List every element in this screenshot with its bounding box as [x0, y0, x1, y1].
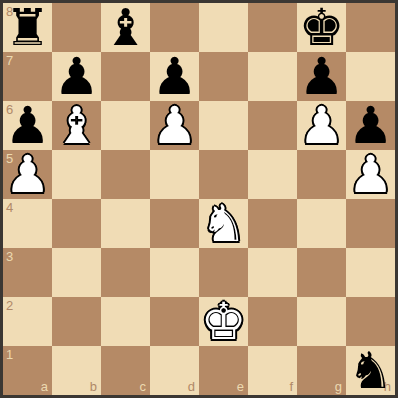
square-e5[interactable]	[199, 150, 248, 199]
square-d5[interactable]	[150, 150, 199, 199]
chess-board-frame: 8♜♝♚7♟♟♟6♟♝♟♟♟5♟♟4♞32♚1abcdefgh♞	[0, 0, 398, 398]
square-b3[interactable]	[52, 248, 101, 297]
square-c1[interactable]: c	[101, 346, 150, 395]
rank-label-2: 2	[6, 299, 13, 312]
square-b7[interactable]: ♟	[52, 52, 101, 101]
square-b6[interactable]: ♝	[52, 101, 101, 150]
white-pawn-h5[interactable]: ♟	[346, 150, 395, 199]
square-d4[interactable]	[150, 199, 199, 248]
square-a2[interactable]: 2	[3, 297, 52, 346]
black-pawn-a6[interactable]: ♟	[3, 101, 52, 150]
square-a7[interactable]: 7	[3, 52, 52, 101]
square-g5[interactable]	[297, 150, 346, 199]
square-d8[interactable]	[150, 3, 199, 52]
square-g4[interactable]	[297, 199, 346, 248]
square-h5[interactable]: ♟	[346, 150, 395, 199]
square-e8[interactable]	[199, 3, 248, 52]
square-a5[interactable]: 5♟	[3, 150, 52, 199]
square-d2[interactable]	[150, 297, 199, 346]
black-pawn-b7[interactable]: ♟	[52, 52, 101, 101]
square-h2[interactable]	[346, 297, 395, 346]
square-f3[interactable]	[248, 248, 297, 297]
square-f7[interactable]	[248, 52, 297, 101]
square-e3[interactable]	[199, 248, 248, 297]
square-h3[interactable]	[346, 248, 395, 297]
square-c3[interactable]	[101, 248, 150, 297]
square-a1[interactable]: 1a	[3, 346, 52, 395]
square-g8[interactable]: ♚	[297, 3, 346, 52]
square-a6[interactable]: 6♟	[3, 101, 52, 150]
white-bishop-b6[interactable]: ♝	[52, 101, 101, 150]
square-c8[interactable]: ♝	[101, 3, 150, 52]
rank-label-3: 3	[6, 250, 13, 263]
square-b2[interactable]	[52, 297, 101, 346]
white-king-e2[interactable]: ♚	[199, 297, 248, 346]
square-a4[interactable]: 4	[3, 199, 52, 248]
black-pawn-h6[interactable]: ♟	[346, 101, 395, 150]
square-e4[interactable]: ♞	[199, 199, 248, 248]
square-f8[interactable]	[248, 3, 297, 52]
square-b1[interactable]: b	[52, 346, 101, 395]
square-d6[interactable]: ♟	[150, 101, 199, 150]
square-g1[interactable]: g	[297, 346, 346, 395]
square-c5[interactable]	[101, 150, 150, 199]
file-label-e: e	[237, 380, 244, 393]
black-knight-h1[interactable]: ♞	[346, 346, 395, 395]
black-rook-a8[interactable]: ♜	[3, 3, 52, 52]
black-king-g8[interactable]: ♚	[297, 3, 346, 52]
square-f6[interactable]	[248, 101, 297, 150]
square-h8[interactable]	[346, 3, 395, 52]
rank-label-4: 4	[6, 201, 13, 214]
rank-label-7: 7	[6, 54, 13, 67]
square-f4[interactable]	[248, 199, 297, 248]
square-c6[interactable]	[101, 101, 150, 150]
white-pawn-g6[interactable]: ♟	[297, 101, 346, 150]
square-g7[interactable]: ♟	[297, 52, 346, 101]
square-b4[interactable]	[52, 199, 101, 248]
square-h1[interactable]: h♞	[346, 346, 395, 395]
square-e2[interactable]: ♚	[199, 297, 248, 346]
square-g2[interactable]	[297, 297, 346, 346]
black-bishop-c8[interactable]: ♝	[101, 3, 150, 52]
square-h7[interactable]	[346, 52, 395, 101]
square-f5[interactable]	[248, 150, 297, 199]
square-c4[interactable]	[101, 199, 150, 248]
square-d1[interactable]: d	[150, 346, 199, 395]
square-e7[interactable]	[199, 52, 248, 101]
square-h4[interactable]	[346, 199, 395, 248]
square-e6[interactable]	[199, 101, 248, 150]
square-d3[interactable]	[150, 248, 199, 297]
square-b8[interactable]	[52, 3, 101, 52]
square-g6[interactable]: ♟	[297, 101, 346, 150]
white-pawn-a5[interactable]: ♟	[3, 150, 52, 199]
black-pawn-g7[interactable]: ♟	[297, 52, 346, 101]
file-label-c: c	[140, 380, 147, 393]
file-label-f: f	[289, 380, 293, 393]
file-label-b: b	[90, 380, 97, 393]
square-f1[interactable]: f	[248, 346, 297, 395]
square-h6[interactable]: ♟	[346, 101, 395, 150]
square-e1[interactable]: e	[199, 346, 248, 395]
square-b5[interactable]	[52, 150, 101, 199]
white-pawn-d6[interactable]: ♟	[150, 101, 199, 150]
white-knight-e4[interactable]: ♞	[199, 199, 248, 248]
square-c7[interactable]	[101, 52, 150, 101]
square-a3[interactable]: 3	[3, 248, 52, 297]
chess-board: 8♜♝♚7♟♟♟6♟♝♟♟♟5♟♟4♞32♚1abcdefgh♞	[3, 3, 395, 395]
square-d7[interactable]: ♟	[150, 52, 199, 101]
square-g3[interactable]	[297, 248, 346, 297]
file-label-a: a	[41, 380, 48, 393]
rank-label-1: 1	[6, 348, 13, 361]
square-f2[interactable]	[248, 297, 297, 346]
file-label-d: d	[188, 380, 195, 393]
file-label-g: g	[335, 380, 342, 393]
black-pawn-d7[interactable]: ♟	[150, 52, 199, 101]
square-c2[interactable]	[101, 297, 150, 346]
square-a8[interactable]: 8♜	[3, 3, 52, 52]
